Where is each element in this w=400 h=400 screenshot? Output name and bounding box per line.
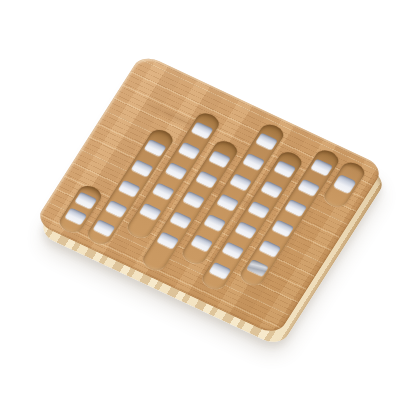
through-hole [246, 259, 269, 277]
through-hole [260, 181, 283, 199]
through-hole [273, 160, 296, 178]
through-hole [169, 211, 192, 229]
through-hole [209, 262, 232, 280]
through-hole [195, 171, 218, 189]
through-hole [255, 133, 278, 151]
through-hole [118, 180, 141, 198]
through-hole [203, 214, 226, 232]
through-hole [93, 219, 116, 237]
through-hole [229, 173, 252, 191]
through-hole [284, 199, 307, 217]
through-hole [144, 139, 167, 157]
through-hole [258, 240, 281, 258]
through-hole [75, 192, 98, 210]
through-hole [156, 232, 179, 250]
through-hole [271, 220, 294, 238]
trivet-face [34, 53, 385, 337]
through-hole [216, 194, 239, 212]
through-hole [105, 200, 128, 218]
through-hole [178, 142, 201, 160]
through-hole [190, 234, 213, 252]
through-hole [235, 221, 258, 239]
through-hole [208, 150, 231, 168]
through-hole [165, 162, 188, 180]
through-hole [131, 159, 154, 177]
through-hole [182, 191, 205, 209]
photo-background [0, 0, 400, 400]
through-hole [139, 203, 162, 221]
through-hole [64, 208, 87, 226]
through-hole [310, 158, 333, 176]
through-hole [247, 201, 270, 219]
through-hole [222, 242, 245, 260]
through-hole [297, 179, 320, 197]
hanging-through-hole [333, 174, 357, 194]
through-hole [191, 121, 214, 139]
through-hole [152, 183, 175, 201]
through-hole [242, 153, 265, 171]
